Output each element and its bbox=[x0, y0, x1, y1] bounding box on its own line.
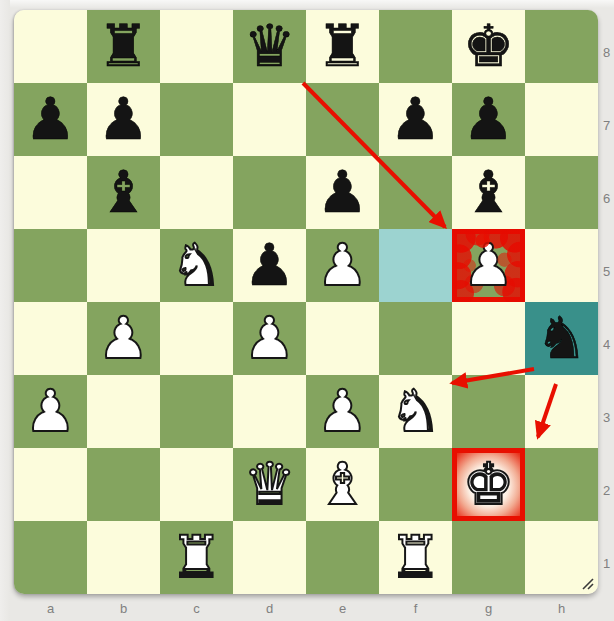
square-e7[interactable] bbox=[306, 83, 379, 156]
piece-black-knight[interactable]: ♞ bbox=[536, 302, 588, 375]
square-f1[interactable]: ♜ bbox=[379, 521, 452, 594]
square-a6[interactable] bbox=[14, 156, 87, 229]
file-label-b: b bbox=[87, 598, 160, 618]
square-g8[interactable]: ♚ bbox=[452, 10, 525, 83]
square-a5[interactable] bbox=[14, 229, 87, 302]
square-c8[interactable] bbox=[160, 10, 233, 83]
square-g7[interactable]: ♟ bbox=[452, 83, 525, 156]
rank-label-1: 1 bbox=[599, 521, 614, 594]
square-h4[interactable]: ♞ bbox=[525, 302, 598, 375]
left-edge-strip bbox=[0, 0, 10, 621]
piece-black-rook[interactable]: ♜ bbox=[317, 10, 369, 83]
square-g6[interactable]: ♝ bbox=[452, 156, 525, 229]
square-f7[interactable]: ♟ bbox=[379, 83, 452, 156]
square-e8[interactable]: ♜ bbox=[306, 10, 379, 83]
piece-black-bishop[interactable]: ♝ bbox=[98, 156, 150, 229]
piece-white-rook[interactable]: ♜ bbox=[171, 521, 223, 594]
piece-white-knight[interactable]: ♞ bbox=[390, 375, 442, 448]
piece-black-pawn[interactable]: ♟ bbox=[244, 229, 296, 302]
square-d5[interactable]: ♟ bbox=[233, 229, 306, 302]
piece-white-king[interactable]: ♚ bbox=[463, 448, 515, 521]
rank-labels: 87654321 bbox=[599, 10, 614, 594]
rank-label-2: 2 bbox=[599, 448, 614, 521]
square-a1[interactable] bbox=[14, 521, 87, 594]
square-e6[interactable]: ♟ bbox=[306, 156, 379, 229]
file-label-e: e bbox=[306, 598, 379, 618]
file-label-c: c bbox=[160, 598, 233, 618]
rank-label-7: 7 bbox=[599, 83, 614, 156]
square-g2[interactable]: ♚ bbox=[452, 448, 525, 521]
file-label-f: f bbox=[379, 598, 452, 618]
top-sheen bbox=[0, 0, 614, 8]
rank-label-6: 6 bbox=[599, 156, 614, 229]
square-e1[interactable] bbox=[306, 521, 379, 594]
piece-black-king[interactable]: ♚ bbox=[463, 10, 515, 83]
square-f8[interactable] bbox=[379, 10, 452, 83]
square-g3[interactable] bbox=[452, 375, 525, 448]
square-d6[interactable] bbox=[233, 156, 306, 229]
rank-label-3: 3 bbox=[599, 375, 614, 448]
square-h8[interactable] bbox=[525, 10, 598, 83]
file-label-d: d bbox=[233, 598, 306, 618]
piece-black-pawn[interactable]: ♟ bbox=[98, 83, 150, 156]
file-label-a: a bbox=[14, 598, 87, 618]
square-c6[interactable] bbox=[160, 156, 233, 229]
square-b3[interactable] bbox=[87, 375, 160, 448]
file-label-g: g bbox=[452, 598, 525, 618]
square-h6[interactable] bbox=[525, 156, 598, 229]
board: ♜♛♜♚♟♟♟♟♝♟♝♞♟♟♟♟♟♞♟♟♞♛♝♚♜♜ bbox=[14, 10, 598, 594]
square-a8[interactable] bbox=[14, 10, 87, 83]
square-e3[interactable]: ♟ bbox=[306, 375, 379, 448]
square-f4[interactable] bbox=[379, 302, 452, 375]
file-labels: abcdefgh bbox=[14, 598, 598, 618]
square-a4[interactable] bbox=[14, 302, 87, 375]
square-d7[interactable] bbox=[233, 83, 306, 156]
piece-black-bishop[interactable]: ♝ bbox=[463, 156, 515, 229]
piece-white-pawn[interactable]: ♟ bbox=[317, 229, 369, 302]
piece-white-queen[interactable]: ♛ bbox=[244, 448, 296, 521]
piece-white-bishop[interactable]: ♝ bbox=[317, 448, 369, 521]
piece-white-pawn[interactable]: ♟ bbox=[317, 375, 369, 448]
resize-handle-icon[interactable] bbox=[581, 577, 595, 591]
rank-label-5: 5 bbox=[599, 229, 614, 302]
piece-white-rook[interactable]: ♜ bbox=[390, 521, 442, 594]
square-f6[interactable] bbox=[379, 156, 452, 229]
square-c7[interactable] bbox=[160, 83, 233, 156]
square-g5[interactable]: ♟ bbox=[452, 229, 525, 302]
square-a2[interactable] bbox=[14, 448, 87, 521]
square-d4[interactable]: ♟ bbox=[233, 302, 306, 375]
square-c5[interactable]: ♞ bbox=[160, 229, 233, 302]
piece-black-pawn[interactable]: ♟ bbox=[390, 83, 442, 156]
square-b4[interactable]: ♟ bbox=[87, 302, 160, 375]
square-g1[interactable] bbox=[452, 521, 525, 594]
square-c3[interactable] bbox=[160, 375, 233, 448]
square-c2[interactable] bbox=[160, 448, 233, 521]
square-b5[interactable] bbox=[87, 229, 160, 302]
file-label-h: h bbox=[525, 598, 598, 618]
square-d1[interactable] bbox=[233, 521, 306, 594]
square-b8[interactable]: ♜ bbox=[87, 10, 160, 83]
piece-black-pawn[interactable]: ♟ bbox=[25, 83, 77, 156]
square-f3[interactable]: ♞ bbox=[379, 375, 452, 448]
square-f5[interactable] bbox=[379, 229, 452, 302]
square-b1[interactable] bbox=[87, 521, 160, 594]
square-a3[interactable]: ♟ bbox=[14, 375, 87, 448]
square-a7[interactable]: ♟ bbox=[14, 83, 87, 156]
piece-white-pawn[interactable]: ♟ bbox=[463, 229, 515, 302]
square-b7[interactable]: ♟ bbox=[87, 83, 160, 156]
piece-white-pawn[interactable]: ♟ bbox=[244, 302, 296, 375]
rank-label-8: 8 bbox=[599, 10, 614, 83]
square-c4[interactable] bbox=[160, 302, 233, 375]
square-d8[interactable]: ♛ bbox=[233, 10, 306, 83]
square-h7[interactable] bbox=[525, 83, 598, 156]
square-d2[interactable]: ♛ bbox=[233, 448, 306, 521]
square-g4[interactable] bbox=[452, 302, 525, 375]
piece-white-knight[interactable]: ♞ bbox=[171, 229, 223, 302]
piece-white-pawn[interactable]: ♟ bbox=[25, 375, 77, 448]
piece-black-queen[interactable]: ♛ bbox=[244, 10, 296, 83]
piece-black-pawn[interactable]: ♟ bbox=[463, 83, 515, 156]
rank-label-4: 4 bbox=[599, 302, 614, 375]
square-f2[interactable] bbox=[379, 448, 452, 521]
square-e5[interactable]: ♟ bbox=[306, 229, 379, 302]
square-b2[interactable] bbox=[87, 448, 160, 521]
square-h2[interactable] bbox=[525, 448, 598, 521]
square-h5[interactable] bbox=[525, 229, 598, 302]
square-e2[interactable]: ♝ bbox=[306, 448, 379, 521]
piece-black-rook[interactable]: ♜ bbox=[98, 10, 150, 83]
square-h3[interactable] bbox=[525, 375, 598, 448]
square-d3[interactable] bbox=[233, 375, 306, 448]
piece-white-pawn[interactable]: ♟ bbox=[98, 302, 150, 375]
square-b6[interactable]: ♝ bbox=[87, 156, 160, 229]
piece-black-pawn[interactable]: ♟ bbox=[317, 156, 369, 229]
square-c1[interactable]: ♜ bbox=[160, 521, 233, 594]
square-e4[interactable] bbox=[306, 302, 379, 375]
